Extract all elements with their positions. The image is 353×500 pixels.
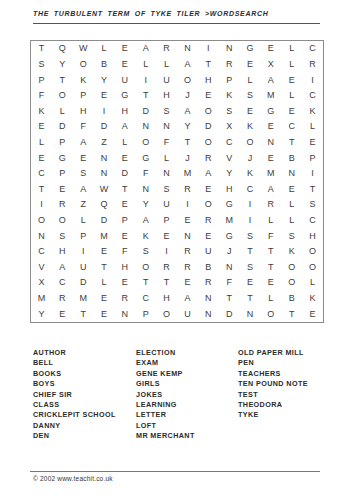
grid-cell: T xyxy=(260,260,281,276)
grid-cell: L xyxy=(114,135,135,151)
grid-cell: J xyxy=(240,150,261,166)
grid-cell: U xyxy=(198,244,219,260)
grid-cell: E xyxy=(260,119,281,135)
grid-cell: N xyxy=(281,166,302,182)
grid-cell: F xyxy=(73,119,94,135)
grid-cell: M xyxy=(31,291,52,307)
grid-cell: J xyxy=(177,150,198,166)
grid-cell: H xyxy=(73,103,94,119)
grid-cell: N xyxy=(240,306,261,322)
grid-cell: F xyxy=(260,228,281,244)
grid-cell: T xyxy=(240,291,261,307)
grid-cell: U xyxy=(73,260,94,276)
grid-cell: K xyxy=(281,244,302,260)
grid-cell: Y xyxy=(135,197,156,213)
grid-cell: E xyxy=(156,228,177,244)
word-list-item: JOKES xyxy=(136,390,195,400)
grid-cell: T xyxy=(94,260,115,276)
word-list-item: ELECTION xyxy=(136,348,195,358)
grid-cell: O xyxy=(52,213,73,229)
grid-cell: O xyxy=(260,306,281,322)
grid-cell: R xyxy=(219,57,240,73)
grid-cell: K xyxy=(240,166,261,182)
grid-cell: R xyxy=(52,291,73,307)
word-list-item: THEODORA xyxy=(238,400,308,410)
copyright: © 2002 www.teachit.co.uk xyxy=(33,475,113,482)
grid-cell: E xyxy=(302,135,323,151)
grid-cell: Z xyxy=(94,135,115,151)
grid-cell: Y xyxy=(31,306,52,322)
grid-cell: A xyxy=(135,213,156,229)
grid-cell: I xyxy=(94,103,115,119)
grid-cell: N xyxy=(31,228,52,244)
grid-cell: T xyxy=(52,72,73,88)
grid-cell: L xyxy=(135,57,156,73)
grid-cell: G xyxy=(52,150,73,166)
grid-cell: N xyxy=(135,181,156,197)
grid-cell: S xyxy=(281,228,302,244)
grid-cell: S xyxy=(240,260,261,276)
word-list-item: LETTER xyxy=(136,410,195,420)
grid-cell: N xyxy=(135,119,156,135)
word-list-item: CHIEF SIR xyxy=(33,390,116,400)
grid-cell: O xyxy=(31,213,52,229)
grid-cell: L xyxy=(31,135,52,151)
grid-cell: E xyxy=(52,181,73,197)
grid-cell: L xyxy=(156,150,177,166)
grid-cell: E xyxy=(31,119,52,135)
grid-cell: H xyxy=(302,228,323,244)
grid-cell: P xyxy=(73,88,94,104)
grid-cell: E xyxy=(302,306,323,322)
grid-cell: A xyxy=(177,57,198,73)
grid-cell: E xyxy=(114,197,135,213)
grid-cell: K xyxy=(240,119,261,135)
grid-cell: E xyxy=(52,306,73,322)
worksheet-page: { "game": "word-search", "title": "THE T… xyxy=(0,0,353,500)
grid-cell: Y xyxy=(94,72,115,88)
grid-cell: M xyxy=(94,228,115,244)
grid-cell: P xyxy=(52,135,73,151)
grid-cell: I xyxy=(135,72,156,88)
grid-cell: P xyxy=(73,228,94,244)
grid-cell: M xyxy=(219,213,240,229)
grid-cell: U xyxy=(156,197,177,213)
grid-cell: P xyxy=(302,150,323,166)
grid-cell: E xyxy=(281,103,302,119)
grid-cell: H xyxy=(156,88,177,104)
grid-cell: F xyxy=(31,88,52,104)
grid-cell: D xyxy=(94,213,115,229)
grid-cell: Z xyxy=(73,197,94,213)
grid-cell: O xyxy=(198,103,219,119)
grid-cell: I xyxy=(177,197,198,213)
grid-cell: X xyxy=(31,275,52,291)
grid-cell: E xyxy=(260,275,281,291)
word-list-column-3: OLD PAPER MILLPENTEACHERSTEN POUND NOTET… xyxy=(238,348,308,421)
grid-cell: E xyxy=(73,150,94,166)
grid-cell: A xyxy=(177,291,198,307)
word-list-item: OLD PAPER MILL xyxy=(238,348,308,358)
grid-cell: X xyxy=(219,119,240,135)
grid-cell: C xyxy=(281,119,302,135)
grid-cell: R xyxy=(156,41,177,57)
grid-cell: I xyxy=(31,197,52,213)
grid-cell: M xyxy=(177,166,198,182)
word-list-item: DANNY xyxy=(33,421,116,431)
grid-cell: J xyxy=(219,244,240,260)
grid-cell: L xyxy=(73,213,94,229)
grid-cell: O xyxy=(52,88,73,104)
grid-cell: E xyxy=(94,291,115,307)
word-list-item: LOFT xyxy=(136,421,195,431)
grid-cell: O xyxy=(240,135,261,151)
grid-cell: S xyxy=(31,57,52,73)
grid-cell: L xyxy=(260,291,281,307)
grid-cell: A xyxy=(260,181,281,197)
grid-cell: A xyxy=(52,260,73,276)
page-title: THE TURBULENT TERM OF TYKE TILER >WORDSE… xyxy=(33,10,269,17)
grid-cell: H xyxy=(156,291,177,307)
grid-cell: E xyxy=(114,150,135,166)
word-list-item: BOYS xyxy=(33,379,116,389)
grid-cell: J xyxy=(177,88,198,104)
grid-cell: A xyxy=(73,135,94,151)
grid-cell: N xyxy=(114,306,135,322)
grid-cell: N xyxy=(219,260,240,276)
grid-cell: O xyxy=(281,260,302,276)
grid-cell: L xyxy=(240,72,261,88)
word-list-item: GENE KEMP xyxy=(136,369,195,379)
grid-cell: R xyxy=(198,275,219,291)
grid-cell: T xyxy=(31,181,52,197)
grid-cell: H xyxy=(114,103,135,119)
grid-cell: T xyxy=(198,57,219,73)
grid-cell: C xyxy=(302,41,323,57)
grid-cell: X xyxy=(260,57,281,73)
grid-cell: O xyxy=(135,135,156,151)
grid-cell: C xyxy=(302,88,323,104)
grid-cell: G xyxy=(219,197,240,213)
grid-cell: K xyxy=(302,103,323,119)
grid-cell: V xyxy=(219,150,240,166)
grid-cell: H xyxy=(219,181,240,197)
grid-cell: M xyxy=(260,166,281,182)
grid-cell: S xyxy=(302,197,323,213)
word-list-item: TEACHERS xyxy=(238,369,308,379)
grid-cell: W xyxy=(94,181,115,197)
grid-cell: G xyxy=(260,103,281,119)
grid-cell: R xyxy=(177,244,198,260)
grid-cell: L xyxy=(302,275,323,291)
grid-cell: E xyxy=(281,72,302,88)
grid-cell: R xyxy=(302,57,323,73)
grid-cell: S xyxy=(240,228,261,244)
word-list-item: BOOKS xyxy=(33,369,116,379)
grid-cell: T xyxy=(135,275,156,291)
grid-cell: E xyxy=(260,150,281,166)
word-list-item: TYKE xyxy=(238,410,308,420)
word-list-item: CRICKLEPIT SCHOOL xyxy=(33,410,116,420)
grid-cell: C xyxy=(135,291,156,307)
grid-cell: E xyxy=(114,57,135,73)
grid-cell: D xyxy=(73,275,94,291)
grid-cell: Q xyxy=(52,41,73,57)
grid-cell: O xyxy=(302,260,323,276)
word-list-item: GIRLS xyxy=(136,379,195,389)
grid-cell: D xyxy=(94,119,115,135)
grid-cell: L xyxy=(156,57,177,73)
wordsearch-grid: TQWLEARNINGELCSYOBELLATREXLRPTKYUIUOHPLA… xyxy=(30,40,324,323)
grid-cell: T xyxy=(31,41,52,57)
grid-cell: G xyxy=(219,228,240,244)
footer-rule xyxy=(30,471,320,472)
grid-cell: U xyxy=(114,72,135,88)
grid-cell: O xyxy=(73,57,94,73)
grid-cell: R xyxy=(177,260,198,276)
grid-cell: A xyxy=(135,41,156,57)
grid-cell: B xyxy=(281,150,302,166)
grid-cell: R xyxy=(260,197,281,213)
grid-cell: L xyxy=(94,275,115,291)
grid-cell: B xyxy=(198,260,219,276)
grid-cell: E xyxy=(198,88,219,104)
grid-cell: I xyxy=(302,72,323,88)
word-list-item: PEN xyxy=(238,358,308,368)
grid-cell: N xyxy=(156,119,177,135)
grid-cell: F xyxy=(156,135,177,151)
grid-cell: D xyxy=(52,119,73,135)
grid-cell: V xyxy=(31,260,52,276)
grid-cell: D xyxy=(135,103,156,119)
grid-cell: H xyxy=(114,260,135,276)
word-list-column-2: ELECTIONEXAMGENE KEMPGIRLSJOKESLEARNINGL… xyxy=(136,348,195,442)
grid-cell: S xyxy=(73,166,94,182)
grid-cell: R xyxy=(198,150,219,166)
grid-cell: E xyxy=(94,244,115,260)
grid-cell: E xyxy=(114,228,135,244)
grid-cell: E xyxy=(281,181,302,197)
grid-cell: C xyxy=(240,181,261,197)
grid-cell: O xyxy=(135,260,156,276)
grid-cell: N xyxy=(94,150,115,166)
grid-cell: C xyxy=(52,275,73,291)
grid-cell: H xyxy=(52,244,73,260)
grid-cell: E xyxy=(240,103,261,119)
grid-cell: T xyxy=(281,306,302,322)
grid-cell: I xyxy=(240,197,261,213)
grid-cell: B xyxy=(94,57,115,73)
grid-cell: K xyxy=(219,88,240,104)
grid-cell: K xyxy=(73,72,94,88)
grid-cell: N xyxy=(219,41,240,57)
word-list-item: LEARNING xyxy=(136,400,195,410)
grid-cell: E xyxy=(177,275,198,291)
word-list-item: DEN xyxy=(33,431,116,441)
grid-cell: O xyxy=(281,275,302,291)
grid-cell: E xyxy=(31,150,52,166)
grid-cell: T xyxy=(260,244,281,260)
grid-cell: E xyxy=(177,213,198,229)
grid-cell: G xyxy=(240,41,261,57)
grid-cell: T xyxy=(281,135,302,151)
grid-cell: K xyxy=(135,228,156,244)
word-list-item: AUTHOR xyxy=(33,348,116,358)
grid-cell: N xyxy=(260,135,281,151)
grid-cell: R xyxy=(52,197,73,213)
grid-cell: E xyxy=(94,88,115,104)
grid-cell: E xyxy=(94,306,115,322)
grid-cell: F xyxy=(219,275,240,291)
grid-cell: O xyxy=(302,244,323,260)
grid-cell: I xyxy=(198,41,219,57)
title-underline xyxy=(33,23,320,24)
grid-cell: H xyxy=(198,72,219,88)
grid-cell: E xyxy=(198,181,219,197)
word-list-column-1: AUTHORBELLBOOKSBOYSCHIEF SIRCLASSCRICKLE… xyxy=(33,348,116,442)
grid-cell: L xyxy=(260,213,281,229)
grid-cell: C xyxy=(31,244,52,260)
grid-cell: L xyxy=(281,41,302,57)
grid-cell: K xyxy=(31,103,52,119)
grid-cell: A xyxy=(198,166,219,182)
grid-cell: E xyxy=(198,228,219,244)
grid-cell: S xyxy=(52,228,73,244)
grid-cell: E xyxy=(240,275,261,291)
grid-cell: L xyxy=(94,41,115,57)
grid-cell: S xyxy=(156,103,177,119)
grid-cell: T xyxy=(73,306,94,322)
grid-cell: F xyxy=(135,166,156,182)
grid-cell: M xyxy=(73,291,94,307)
grid-cell: A xyxy=(177,103,198,119)
grid-cell: P xyxy=(219,72,240,88)
grid-cell: S xyxy=(135,244,156,260)
grid-cell: G xyxy=(114,88,135,104)
grid-cell: G xyxy=(135,150,156,166)
grid-cell: L xyxy=(281,213,302,229)
grid-cell: N xyxy=(198,291,219,307)
grid-cell: Y xyxy=(177,119,198,135)
grid-cell: N xyxy=(198,306,219,322)
grid-cell: E xyxy=(114,41,135,57)
grid-cell: P xyxy=(114,213,135,229)
grid-cell: F xyxy=(114,244,135,260)
grid-cell: I xyxy=(156,244,177,260)
grid-cell: W xyxy=(73,41,94,57)
grid-cell: K xyxy=(302,291,323,307)
grid-cell: L xyxy=(52,103,73,119)
grid-cell: N xyxy=(94,166,115,182)
grid-cell: O xyxy=(177,72,198,88)
grid-cell: L xyxy=(281,88,302,104)
grid-cell: P xyxy=(156,213,177,229)
grid-cell: Q xyxy=(94,197,115,213)
grid-cell: Y xyxy=(219,166,240,182)
grid-cell: I xyxy=(240,213,261,229)
grid-cell: L xyxy=(281,57,302,73)
grid-cell: P xyxy=(31,72,52,88)
grid-cell: T xyxy=(177,135,198,151)
grid-cell: T xyxy=(135,88,156,104)
grid-cell: A xyxy=(260,72,281,88)
grid-cell: C xyxy=(31,166,52,182)
grid-cell: B xyxy=(281,291,302,307)
word-list-item: TEN POUND NOTE xyxy=(238,379,308,389)
grid-cell: R xyxy=(156,260,177,276)
grid-cell: S xyxy=(219,103,240,119)
grid-cell: T xyxy=(240,244,261,260)
grid-cell: R xyxy=(198,213,219,229)
word-list-item: MR MERCHANT xyxy=(136,431,195,441)
grid-cell: D xyxy=(198,119,219,135)
word-list-item: CLASS xyxy=(33,400,116,410)
grid-cell: T xyxy=(302,181,323,197)
grid-cell: S xyxy=(156,181,177,197)
grid-cell: P xyxy=(52,166,73,182)
word-list-item: TEST xyxy=(238,390,308,400)
grid-cell: L xyxy=(302,119,323,135)
grid-cell: R xyxy=(177,181,198,197)
grid-cell: O xyxy=(198,197,219,213)
grid-cell: P xyxy=(135,306,156,322)
grid-cell: O xyxy=(198,135,219,151)
grid-cell: U xyxy=(177,306,198,322)
grid-cell: A xyxy=(73,181,94,197)
grid-cell: T xyxy=(114,181,135,197)
grid-cell: T xyxy=(156,275,177,291)
grid-cell: U xyxy=(156,72,177,88)
grid-cell: N xyxy=(177,41,198,57)
grid-cell: T xyxy=(219,291,240,307)
grid-cell: N xyxy=(177,228,198,244)
grid-cell: A xyxy=(114,119,135,135)
grid-cell: R xyxy=(114,291,135,307)
grid-cell: E xyxy=(260,41,281,57)
grid-cell: E xyxy=(114,275,135,291)
grid-cell: D xyxy=(114,166,135,182)
grid-cell: I xyxy=(73,244,94,260)
word-list-item: BELL xyxy=(33,358,116,368)
grid-cell: E xyxy=(240,57,261,73)
grid-cell: S xyxy=(240,88,261,104)
word-list-item: EXAM xyxy=(136,358,195,368)
grid-cell: I xyxy=(302,166,323,182)
grid-cell: O xyxy=(156,306,177,322)
grid-cell: D xyxy=(219,306,240,322)
grid-cell: L xyxy=(281,197,302,213)
grid-cell: N xyxy=(156,166,177,182)
grid-cell: M xyxy=(260,88,281,104)
grid-cell: C xyxy=(302,213,323,229)
grid-cell: C xyxy=(219,135,240,151)
grid-cell: Y xyxy=(52,57,73,73)
